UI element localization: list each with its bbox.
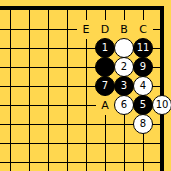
grid-line-vertical xyxy=(48,8,49,171)
stone-white xyxy=(114,38,134,58)
stone-white-10: 10 xyxy=(152,95,171,115)
stone-white-6: 6 xyxy=(114,95,134,115)
stone-white-4: 4 xyxy=(133,76,153,96)
stone-black-11: 11 xyxy=(133,38,153,58)
stone-black-5: 5 xyxy=(133,95,153,115)
point-label-D: D xyxy=(96,20,115,39)
stone-white-8: 8 xyxy=(133,114,153,134)
stone-black-3: 3 xyxy=(114,76,134,96)
board-grid[interactable]: EDBCA1112973465108 xyxy=(0,0,171,171)
stone-black-1: 1 xyxy=(95,38,115,58)
grid-line-horizontal xyxy=(0,143,164,144)
grid-line-vertical xyxy=(67,8,68,171)
board-edge-right xyxy=(160,6,164,171)
grid-line-vertical xyxy=(10,8,11,171)
grid-line-horizontal xyxy=(0,162,164,163)
point-label-E: E xyxy=(77,20,96,39)
stone-black-7: 7 xyxy=(95,76,115,96)
board-edge-top xyxy=(0,6,164,10)
point-label-B: B xyxy=(115,20,134,39)
stone-black xyxy=(95,57,115,77)
stone-black-9: 9 xyxy=(133,57,153,77)
stone-white-2: 2 xyxy=(114,57,134,77)
point-label-A: A xyxy=(96,96,115,115)
point-label-C: C xyxy=(134,20,153,39)
go-board-diagram: EDBCA1112973465108 xyxy=(0,0,171,171)
grid-line-vertical xyxy=(29,8,30,171)
